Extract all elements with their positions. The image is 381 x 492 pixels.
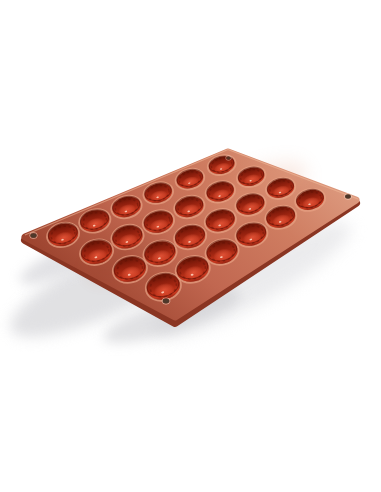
- corner-hole-opening: [30, 233, 36, 238]
- corner-hole-right: [344, 194, 351, 200]
- mould-scene: [0, 0, 381, 492]
- corner-hole-bottom: [162, 298, 170, 304]
- corner-hole-opening: [226, 156, 230, 159]
- corner-hole-opening: [163, 299, 170, 304]
- product-photo: [0, 0, 381, 492]
- corner-hole-opening: [345, 194, 351, 198]
- corner-hole-left: [30, 232, 38, 238]
